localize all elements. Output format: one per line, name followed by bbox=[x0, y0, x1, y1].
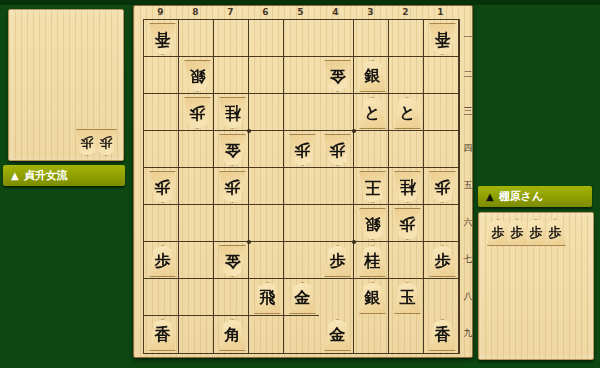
file-label-1: 1 bbox=[423, 7, 458, 18]
rank-label-8: 八 bbox=[462, 278, 474, 315]
board-cell-55[interactable] bbox=[284, 168, 319, 205]
file-label-8: 8 bbox=[178, 7, 213, 18]
shogi-board: 987654321 一二三四五六七八九 香香銀金銀歩桂とと金歩歩歩歩王桂歩銀歩歩… bbox=[133, 5, 473, 358]
hand-piece-歩[interactable]: 歩 bbox=[524, 219, 548, 246]
gote-hand-pieces: 歩歩 bbox=[75, 129, 118, 156]
board-cell-87[interactable] bbox=[179, 242, 214, 279]
rank-label-6: 六 bbox=[462, 204, 474, 241]
board-cell-67[interactable] bbox=[249, 242, 284, 279]
file-label-2: 2 bbox=[388, 7, 423, 18]
board-cell-81[interactable] bbox=[179, 20, 214, 57]
sente-hand-tray: 歩歩歩歩 bbox=[478, 212, 594, 360]
file-label-7: 7 bbox=[213, 7, 248, 18]
star-point bbox=[352, 129, 356, 133]
shogi-app: 歩歩 ▲ 貞升女流 987654321 一二三四五六七八九 香香銀金銀歩桂とと金… bbox=[0, 0, 600, 368]
board-cell-48[interactable] bbox=[319, 279, 354, 316]
board-cell-78[interactable] bbox=[214, 279, 249, 316]
board-grid: 香香銀金銀歩桂とと金歩歩歩歩王桂歩銀歩歩金歩桂歩飛金銀玉香角金香 bbox=[143, 19, 460, 354]
rank-label-3: 三 bbox=[462, 93, 474, 130]
board-cell-76[interactable] bbox=[214, 205, 249, 242]
board-cell-51[interactable] bbox=[284, 20, 319, 57]
board-cell-69[interactable] bbox=[249, 316, 284, 353]
rank-label-5: 五 bbox=[462, 167, 474, 204]
board-cell-66[interactable] bbox=[249, 205, 284, 242]
star-point bbox=[352, 240, 356, 244]
rank-label-9: 九 bbox=[462, 315, 474, 352]
board-cell-88[interactable] bbox=[179, 279, 214, 316]
board-cell-92[interactable] bbox=[144, 57, 179, 94]
board-cell-59[interactable] bbox=[284, 316, 319, 353]
board-cell-65[interactable] bbox=[249, 168, 284, 205]
board-cell-72[interactable] bbox=[214, 57, 249, 94]
file-coordinates: 987654321 bbox=[143, 7, 460, 18]
hand-piece-歩[interactable]: 歩 bbox=[486, 219, 510, 246]
board-cell-85[interactable] bbox=[179, 168, 214, 205]
rank-label-4: 四 bbox=[462, 130, 474, 167]
board-cell-34[interactable] bbox=[354, 131, 389, 168]
sente-hand-pieces: 歩歩歩歩 bbox=[486, 219, 567, 246]
board-cell-52[interactable] bbox=[284, 57, 319, 94]
sente-player-marker-icon: ▲ bbox=[486, 192, 494, 202]
board-cell-63[interactable] bbox=[249, 94, 284, 131]
board-cell-89[interactable] bbox=[179, 316, 214, 353]
board-cell-31[interactable] bbox=[354, 20, 389, 57]
rank-label-1: 一 bbox=[462, 19, 474, 56]
board-cell-16[interactable] bbox=[424, 205, 459, 242]
board-cell-45[interactable] bbox=[319, 168, 354, 205]
file-label-5: 5 bbox=[283, 7, 318, 18]
hand-piece-歩[interactable]: 歩 bbox=[543, 219, 567, 246]
board-cell-57[interactable] bbox=[284, 242, 319, 279]
board-cell-41[interactable] bbox=[319, 20, 354, 57]
board-cell-96[interactable] bbox=[144, 205, 179, 242]
hand-piece-歩[interactable]: 歩 bbox=[75, 129, 99, 156]
board-cell-22[interactable] bbox=[389, 57, 424, 94]
board-cell-12[interactable] bbox=[424, 57, 459, 94]
star-point bbox=[247, 240, 251, 244]
gote-player-marker-icon: ▲ bbox=[11, 171, 19, 181]
board-cell-94[interactable] bbox=[144, 131, 179, 168]
board-cell-84[interactable] bbox=[179, 131, 214, 168]
rank-label-7: 七 bbox=[462, 241, 474, 278]
file-label-6: 6 bbox=[248, 7, 283, 18]
hand-piece-歩[interactable]: 歩 bbox=[505, 219, 529, 246]
file-label-3: 3 bbox=[353, 7, 388, 18]
board-cell-46[interactable] bbox=[319, 205, 354, 242]
board-cell-18[interactable] bbox=[424, 279, 459, 316]
sente-player-name: 棚原さん bbox=[499, 189, 544, 204]
star-point bbox=[247, 129, 251, 133]
rank-coordinates: 一二三四五六七八九 bbox=[462, 19, 474, 352]
board-cell-39[interactable] bbox=[354, 316, 389, 353]
board-cell-21[interactable] bbox=[389, 20, 424, 57]
board-cell-43[interactable] bbox=[319, 94, 354, 131]
board-cell-56[interactable] bbox=[284, 205, 319, 242]
board-cell-53[interactable] bbox=[284, 94, 319, 131]
board-cell-29[interactable] bbox=[389, 316, 424, 353]
board-cell-64[interactable] bbox=[249, 131, 284, 168]
board-cell-93[interactable] bbox=[144, 94, 179, 131]
board-cell-13[interactable] bbox=[424, 94, 459, 131]
hand-piece-歩[interactable]: 歩 bbox=[94, 129, 118, 156]
player-label-right: ▲ 棚原さん bbox=[478, 186, 592, 207]
board-cell-98[interactable] bbox=[144, 279, 179, 316]
player-label-left: ▲ 貞升女流 bbox=[3, 165, 125, 186]
board-cell-24[interactable] bbox=[389, 131, 424, 168]
rank-label-2: 二 bbox=[462, 56, 474, 93]
gote-hand-tray: 歩歩 bbox=[8, 9, 124, 161]
board-cell-27[interactable] bbox=[389, 242, 424, 279]
board-cell-86[interactable] bbox=[179, 205, 214, 242]
board-cell-71[interactable] bbox=[214, 20, 249, 57]
gote-player-name: 貞升女流 bbox=[24, 168, 68, 183]
board-cell-62[interactable] bbox=[249, 57, 284, 94]
file-label-4: 4 bbox=[318, 7, 353, 18]
file-label-9: 9 bbox=[143, 7, 178, 18]
board-cell-14[interactable] bbox=[424, 131, 459, 168]
board-cell-61[interactable] bbox=[249, 20, 284, 57]
